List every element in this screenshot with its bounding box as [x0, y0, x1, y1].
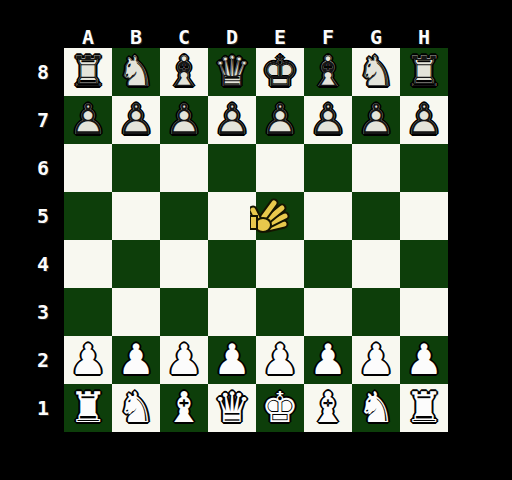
piece-glyph: ♟	[256, 336, 304, 384]
black-pawn: ♟♙	[256, 96, 304, 144]
square-a7[interactable]: ♟♙	[64, 96, 112, 144]
square-a3[interactable]	[64, 288, 112, 336]
piece-glyph: ♟	[400, 336, 448, 384]
white-pawn: ♟	[304, 336, 352, 384]
black-rook: ♜♖	[400, 48, 448, 96]
black-pawn: ♟♙	[352, 96, 400, 144]
piece-glyph: ♟	[64, 336, 112, 384]
file-labels: ABCDEFGH	[64, 25, 448, 47]
black-bishop: ♝♗	[304, 48, 352, 96]
square-g5[interactable]	[352, 192, 400, 240]
square-h8[interactable]: ♜♖	[400, 48, 448, 96]
square-h3[interactable]	[400, 288, 448, 336]
white-pawn: ♟	[64, 336, 112, 384]
square-d6[interactable]	[208, 144, 256, 192]
piece-glyph: ♝	[304, 384, 352, 432]
piece-glyph: ♚	[256, 384, 304, 432]
square-d7[interactable]: ♟♙	[208, 96, 256, 144]
game-screen: ABCDEFGH 87654321 ♜♖♞♘♝♗♛♕♚♔♝♗♞♘♜♖♟♙♟♙♟♙…	[0, 0, 512, 480]
white-rook: ♜	[400, 384, 448, 432]
square-h6[interactable]	[400, 144, 448, 192]
black-pawn: ♟♙	[304, 96, 352, 144]
square-g6[interactable]	[352, 144, 400, 192]
square-h5[interactable]	[400, 192, 448, 240]
black-pawn: ♟♙	[208, 96, 256, 144]
file-label-e: E	[256, 25, 304, 49]
square-b5[interactable]	[112, 192, 160, 240]
square-g7[interactable]: ♟♙	[352, 96, 400, 144]
square-c4[interactable]	[160, 240, 208, 288]
black-pawn: ♟♙	[160, 96, 208, 144]
square-h2[interactable]: ♟	[400, 336, 448, 384]
piece-glyph: ♞	[112, 384, 160, 432]
piece-detail-glyph: ♕	[208, 48, 256, 96]
square-c7[interactable]: ♟♙	[160, 96, 208, 144]
square-f6[interactable]	[304, 144, 352, 192]
black-queen: ♛♕	[208, 48, 256, 96]
white-pawn: ♟	[208, 336, 256, 384]
square-d1[interactable]: ♛	[208, 384, 256, 432]
white-pawn: ♟	[160, 336, 208, 384]
black-pawn: ♟♙	[112, 96, 160, 144]
piece-glyph: ♟	[112, 336, 160, 384]
white-knight: ♞	[352, 384, 400, 432]
rank-label-5: 5	[28, 192, 58, 240]
square-a2[interactable]: ♟	[64, 336, 112, 384]
square-b7[interactable]: ♟♙	[112, 96, 160, 144]
square-g1[interactable]: ♞	[352, 384, 400, 432]
white-pawn: ♟	[352, 336, 400, 384]
file-label-h: H	[400, 25, 448, 49]
black-king: ♚♔	[256, 48, 304, 96]
square-h4[interactable]	[400, 240, 448, 288]
white-pawn: ♟	[256, 336, 304, 384]
square-g2[interactable]: ♟	[352, 336, 400, 384]
square-c1[interactable]: ♝	[160, 384, 208, 432]
square-a1[interactable]: ♜	[64, 384, 112, 432]
piece-detail-glyph: ♗	[304, 48, 352, 96]
square-h7[interactable]: ♟♙	[400, 96, 448, 144]
square-b1[interactable]: ♞	[112, 384, 160, 432]
square-d8[interactable]: ♛♕	[208, 48, 256, 96]
black-knight: ♞♘	[352, 48, 400, 96]
square-d5[interactable]	[208, 192, 256, 240]
piece-detail-glyph: ♗	[160, 48, 208, 96]
square-f8[interactable]: ♝♗	[304, 48, 352, 96]
square-b4[interactable]	[112, 240, 160, 288]
rank-labels: 87654321	[28, 48, 58, 432]
square-f3[interactable]	[304, 288, 352, 336]
file-label-g: G	[352, 25, 400, 49]
chess-board: ♜♖♞♘♝♗♛♕♚♔♝♗♞♘♜♖♟♙♟♙♟♙♟♙♟♙♟♙♟♙♟♙♟♟♟♟♟♟♟♟…	[64, 48, 448, 432]
rank-label-2: 2	[28, 336, 58, 384]
black-pawn: ♟♙	[400, 96, 448, 144]
square-a4[interactable]	[64, 240, 112, 288]
square-d2[interactable]: ♟	[208, 336, 256, 384]
square-e3[interactable]	[256, 288, 304, 336]
file-label-b: B	[112, 25, 160, 49]
piece-detail-glyph: ♙	[160, 96, 208, 144]
square-d4[interactable]	[208, 240, 256, 288]
square-g3[interactable]	[352, 288, 400, 336]
piece-glyph: ♟	[352, 336, 400, 384]
square-c2[interactable]: ♟	[160, 336, 208, 384]
black-rook: ♜♖	[64, 48, 112, 96]
piece-detail-glyph: ♘	[352, 48, 400, 96]
square-a6[interactable]	[64, 144, 112, 192]
rank-label-8: 8	[28, 48, 58, 96]
square-f5[interactable]	[304, 192, 352, 240]
square-h1[interactable]: ♜	[400, 384, 448, 432]
square-e2[interactable]: ♟	[256, 336, 304, 384]
square-b6[interactable]	[112, 144, 160, 192]
square-e5[interactable]	[256, 192, 304, 240]
file-label-d: D	[208, 25, 256, 49]
piece-glyph: ♟	[208, 336, 256, 384]
rank-label-4: 4	[28, 240, 58, 288]
square-e6[interactable]	[256, 144, 304, 192]
square-e7[interactable]: ♟♙	[256, 96, 304, 144]
square-d3[interactable]	[208, 288, 256, 336]
piece-detail-glyph: ♘	[112, 48, 160, 96]
black-knight: ♞♘	[112, 48, 160, 96]
piece-glyph: ♝	[160, 384, 208, 432]
piece-detail-glyph: ♖	[64, 48, 112, 96]
square-e1[interactable]: ♚	[256, 384, 304, 432]
piece-detail-glyph: ♙	[352, 96, 400, 144]
rank-label-7: 7	[28, 96, 58, 144]
square-g8[interactable]: ♞♘	[352, 48, 400, 96]
square-f7[interactable]: ♟♙	[304, 96, 352, 144]
file-label-c: C	[160, 25, 208, 49]
square-c3[interactable]	[160, 288, 208, 336]
piece-detail-glyph: ♙	[64, 96, 112, 144]
black-pawn: ♟♙	[64, 96, 112, 144]
piece-detail-glyph: ♙	[304, 96, 352, 144]
white-bishop: ♝	[304, 384, 352, 432]
white-queen: ♛	[208, 384, 256, 432]
square-c5[interactable]	[160, 192, 208, 240]
piece-glyph: ♜	[400, 384, 448, 432]
piece-glyph: ♟	[160, 336, 208, 384]
piece-detail-glyph: ♖	[400, 48, 448, 96]
piece-glyph: ♜	[64, 384, 112, 432]
rank-label-1: 1	[28, 384, 58, 432]
square-e8[interactable]: ♚♔	[256, 48, 304, 96]
file-label-f: F	[304, 25, 352, 49]
square-a8[interactable]: ♜♖	[64, 48, 112, 96]
piece-detail-glyph: ♙	[208, 96, 256, 144]
piece-glyph: ♞	[352, 384, 400, 432]
square-c6[interactable]	[160, 144, 208, 192]
square-b8[interactable]: ♞♘	[112, 48, 160, 96]
piece-detail-glyph: ♙	[400, 96, 448, 144]
white-knight: ♞	[112, 384, 160, 432]
rank-label-3: 3	[28, 288, 58, 336]
white-pawn: ♟	[400, 336, 448, 384]
square-f4[interactable]	[304, 240, 352, 288]
white-bishop: ♝	[160, 384, 208, 432]
square-f1[interactable]: ♝	[304, 384, 352, 432]
square-e4[interactable]	[256, 240, 304, 288]
piece-detail-glyph: ♙	[112, 96, 160, 144]
square-g4[interactable]	[352, 240, 400, 288]
square-b2[interactable]: ♟	[112, 336, 160, 384]
piece-detail-glyph: ♙	[256, 96, 304, 144]
square-a5[interactable]	[64, 192, 112, 240]
white-pawn: ♟	[112, 336, 160, 384]
square-f2[interactable]: ♟	[304, 336, 352, 384]
black-bishop: ♝♗	[160, 48, 208, 96]
rank-label-6: 6	[28, 144, 58, 192]
square-b3[interactable]	[112, 288, 160, 336]
square-c8[interactable]: ♝♗	[160, 48, 208, 96]
white-rook: ♜	[64, 384, 112, 432]
white-king: ♚	[256, 384, 304, 432]
file-label-a: A	[64, 25, 112, 49]
piece-glyph: ♛	[208, 384, 256, 432]
piece-glyph: ♟	[304, 336, 352, 384]
piece-detail-glyph: ♔	[256, 48, 304, 96]
